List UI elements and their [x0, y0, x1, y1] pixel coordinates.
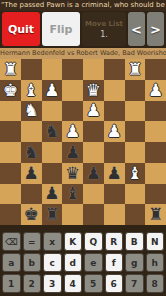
board-square[interactable]: ♟ [62, 121, 83, 142]
board-square[interactable] [145, 101, 166, 122]
white-pawn-piece[interactable]: ♟ [44, 82, 59, 99]
quote-text: "The passed Pawn is a criminal, who shou… [1, 1, 166, 9]
white-pawn-piece[interactable]: ♟ [148, 82, 163, 99]
board-square[interactable] [42, 59, 63, 80]
file-a-key[interactable]: a [2, 253, 21, 272]
board-square[interactable] [125, 204, 146, 225]
board-square[interactable] [83, 59, 104, 80]
board-square[interactable]: ♟ [42, 184, 63, 205]
board-square[interactable] [104, 184, 125, 205]
board-square[interactable] [104, 80, 125, 101]
board-square[interactable]: ♟ [42, 80, 63, 101]
board-square[interactable] [62, 59, 83, 80]
board-square[interactable] [21, 121, 42, 142]
file-h-key[interactable]: h [146, 253, 165, 272]
black-pawn-piece[interactable]: ♟ [24, 165, 39, 182]
rank-6-key[interactable]: 6 [105, 274, 124, 293]
board-square[interactable]: ♟ [145, 80, 166, 101]
rank-2-key[interactable]: 2 [23, 274, 42, 293]
move-list-panel[interactable]: Move List 1. [82, 12, 126, 46]
rank-1-key[interactable]: 1 [2, 274, 21, 293]
white-pawn-piece[interactable]: ♟ [86, 102, 101, 119]
board-square[interactable] [125, 101, 146, 122]
board-square[interactable] [145, 59, 166, 80]
board-square[interactable] [104, 59, 125, 80]
black-pawn-piece[interactable]: ♟ [107, 165, 122, 182]
game-caption-text: Hermann Bedenfeld vs Robert Wade, Bad Wo… [0, 49, 166, 57]
board-square[interactable]: ♟ [104, 163, 125, 184]
board-square[interactable]: ♜ [145, 204, 166, 225]
game-caption: Hermann Bedenfeld vs Robert Wade, Bad Wo… [0, 48, 166, 59]
board-square[interactable] [0, 184, 21, 205]
board-square[interactable] [104, 204, 125, 225]
board-square[interactable] [21, 184, 42, 205]
board-square[interactable] [42, 101, 63, 122]
board-square[interactable]: ♛ [83, 80, 104, 101]
flip-button[interactable]: Flip [42, 12, 80, 46]
board-square[interactable]: ♝ [62, 184, 83, 205]
board-square[interactable]: ♚ [21, 204, 42, 225]
file-f-key[interactable]: f [105, 253, 124, 272]
promote-key[interactable]: = [23, 232, 42, 251]
white-bishop-piece[interactable]: ♝ [127, 165, 142, 182]
file-g-key[interactable]: g [125, 253, 144, 272]
chess-board[interactable]: ♜♜♚♝♟♛♟♞♟♞♟♟♞♟♟♛♟♟♝♟♝♚♜♜ [0, 59, 166, 225]
board-square[interactable]: ♛ [62, 163, 83, 184]
board-square[interactable] [83, 142, 104, 163]
board-square[interactable] [62, 80, 83, 101]
move-input-keyboard: ⌫=xKQRBNabcdefgh12345678 [0, 229, 166, 296]
bishop-key[interactable]: B [125, 232, 144, 251]
white-pawn-piece[interactable]: ♟ [107, 123, 122, 140]
black-rook-piece[interactable]: ♜ [44, 206, 59, 223]
rank-5-key[interactable]: 5 [84, 274, 103, 293]
board-square[interactable]: ♜ [42, 204, 63, 225]
board-square[interactable] [21, 59, 42, 80]
file-e-key[interactable]: e [84, 253, 103, 272]
rank-7-key[interactable]: 7 [125, 274, 144, 293]
chevron-left-icon: < [131, 22, 142, 37]
file-c-key[interactable]: c [43, 253, 62, 272]
white-bishop-piece[interactable]: ♝ [24, 82, 39, 99]
rank-3-key[interactable]: 3 [43, 274, 62, 293]
board-square[interactable]: ♞ [21, 101, 42, 122]
board-square[interactable]: ♟ [21, 163, 42, 184]
board-square[interactable] [125, 121, 146, 142]
board-square[interactable]: ♝ [21, 80, 42, 101]
board-square[interactable] [83, 204, 104, 225]
board-square[interactable] [145, 184, 166, 205]
quote-bar: "The passed Pawn is a criminal, who shou… [0, 0, 166, 11]
board-square[interactable]: ♚ [0, 80, 21, 101]
white-rook-piece[interactable]: ♜ [3, 61, 18, 78]
rank-8-key[interactable]: 8 [146, 274, 165, 293]
board-square[interactable] [145, 163, 166, 184]
black-queen-piece[interactable]: ♛ [65, 165, 80, 182]
black-pawn-piece[interactable]: ♟ [65, 144, 80, 161]
board-square[interactable]: ♞ [21, 142, 42, 163]
white-knight-piece[interactable]: ♞ [24, 102, 39, 119]
move-list-title: Move List [85, 20, 123, 28]
board-square[interactable] [83, 121, 104, 142]
board-square[interactable] [0, 101, 21, 122]
black-rook-piece[interactable]: ♜ [148, 206, 163, 223]
board-square[interactable] [62, 101, 83, 122]
black-knight-piece[interactable]: ♞ [44, 123, 59, 140]
rook-key[interactable]: R [105, 232, 124, 251]
board-square[interactable] [125, 80, 146, 101]
chevron-right-icon: > [150, 22, 161, 37]
keyboard-row: 12345678 [2, 274, 164, 293]
king-key[interactable]: K [64, 232, 83, 251]
board-square[interactable] [145, 142, 166, 163]
backspace-key[interactable]: ⌫ [2, 232, 21, 251]
board-square[interactable]: ♟ [83, 101, 104, 122]
board-square[interactable] [42, 163, 63, 184]
board-square[interactable] [0, 142, 21, 163]
white-queen-piece[interactable]: ♛ [86, 82, 101, 99]
board-square[interactable]: ♜ [0, 59, 21, 80]
board-square[interactable] [104, 101, 125, 122]
board-square[interactable] [0, 204, 21, 225]
queen-key[interactable]: Q [84, 232, 103, 251]
board-square[interactable] [125, 142, 146, 163]
quit-button-label: Quit [8, 23, 34, 36]
board-square[interactable]: ♟ [62, 142, 83, 163]
board-square[interactable] [62, 204, 83, 225]
board-square[interactable] [104, 142, 125, 163]
file-b-key[interactable]: b [23, 253, 42, 272]
capture-key[interactable]: x [43, 232, 62, 251]
board-square[interactable] [125, 184, 146, 205]
white-king-piece[interactable]: ♚ [3, 82, 18, 99]
flip-button-label: Flip [50, 23, 73, 36]
quit-button[interactable]: Quit [2, 12, 40, 46]
knight-key[interactable]: N [146, 232, 165, 251]
board-square[interactable] [0, 163, 21, 184]
white-pawn-piece[interactable]: ♟ [65, 123, 80, 140]
toolbar: Quit Flip Move List 1. < > [0, 11, 166, 48]
keyboard-row: ⌫=xKQRBN [2, 232, 164, 251]
prev-move-button[interactable]: < [128, 12, 145, 46]
white-rook-piece[interactable]: ♜ [127, 61, 142, 78]
rank-4-key[interactable]: 4 [64, 274, 83, 293]
black-bishop-piece[interactable]: ♝ [65, 185, 80, 202]
black-king-piece[interactable]: ♚ [24, 206, 39, 223]
board-square[interactable] [145, 121, 166, 142]
board-square[interactable] [83, 184, 104, 205]
board-square[interactable]: ♟ [104, 121, 125, 142]
board-square[interactable] [42, 142, 63, 163]
board-square[interactable]: ♝ [125, 163, 146, 184]
next-move-button[interactable]: > [147, 12, 164, 46]
board-square[interactable]: ♜ [125, 59, 146, 80]
keyboard-row: abcdefgh [2, 253, 164, 272]
black-pawn-piece[interactable]: ♟ [86, 165, 101, 182]
move-counter: 1. [100, 30, 108, 39]
board-square[interactable]: ♞ [42, 121, 63, 142]
board-square[interactable] [0, 121, 21, 142]
black-pawn-piece[interactable]: ♟ [44, 185, 59, 202]
file-d-key[interactable]: d [64, 253, 83, 272]
board-square[interactable]: ♟ [83, 163, 104, 184]
black-knight-piece[interactable]: ♞ [24, 144, 39, 161]
